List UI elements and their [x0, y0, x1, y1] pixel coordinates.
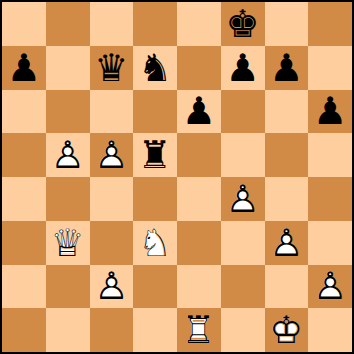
square-e7[interactable]: [177, 46, 221, 90]
square-c4[interactable]: [90, 177, 134, 221]
piece-white-knight: ♞♘: [133, 221, 177, 265]
square-f1[interactable]: [221, 308, 265, 352]
square-a1[interactable]: [2, 308, 46, 352]
piece-white-pawn: ♟♙: [90, 133, 134, 177]
square-e1[interactable]: ♜♖: [177, 308, 221, 352]
square-f7[interactable]: ♟: [221, 46, 265, 90]
piece-black-queen: ♛: [90, 46, 134, 90]
square-c2[interactable]: ♟♙: [90, 265, 134, 309]
black-piece-glyph: ♟: [177, 90, 221, 134]
square-c7[interactable]: ♛: [90, 46, 134, 90]
square-h2[interactable]: ♟♙: [308, 265, 352, 309]
black-piece-glyph: ♞: [133, 46, 177, 90]
square-d3[interactable]: ♞♘: [133, 221, 177, 265]
square-a3[interactable]: [2, 221, 46, 265]
square-c1[interactable]: [90, 308, 134, 352]
white-piece-outline: ♖: [177, 308, 221, 352]
black-piece-glyph: ♟: [265, 46, 309, 90]
square-a7[interactable]: ♟: [2, 46, 46, 90]
square-g3[interactable]: ♟♙: [265, 221, 309, 265]
square-h8[interactable]: [308, 2, 352, 46]
chess-board: ♚♟♛♞♟♟♟♟♟♙♟♙♜♟♙♛♕♞♘♟♙♟♙♟♙♜♖♚♔: [2, 2, 352, 352]
piece-white-pawn: ♟♙: [90, 265, 134, 309]
square-f6[interactable]: [221, 90, 265, 134]
square-b4[interactable]: [46, 177, 90, 221]
white-piece-outline: ♙: [90, 265, 134, 309]
square-d8[interactable]: [133, 2, 177, 46]
square-e6[interactable]: ♟: [177, 90, 221, 134]
square-d7[interactable]: ♞: [133, 46, 177, 90]
square-f3[interactable]: [221, 221, 265, 265]
white-piece-outline: ♙: [46, 133, 90, 177]
square-e4[interactable]: [177, 177, 221, 221]
board-frame: ♚♟♛♞♟♟♟♟♟♙♟♙♜♟♙♛♕♞♘♟♙♟♙♟♙♜♖♚♔: [0, 0, 354, 354]
black-piece-glyph: ♚: [221, 2, 265, 46]
square-g4[interactable]: [265, 177, 309, 221]
square-g5[interactable]: [265, 133, 309, 177]
square-d4[interactable]: [133, 177, 177, 221]
white-piece-outline: ♘: [133, 221, 177, 265]
piece-white-pawn: ♟♙: [46, 133, 90, 177]
square-h3[interactable]: [308, 221, 352, 265]
square-g6[interactable]: [265, 90, 309, 134]
piece-white-pawn: ♟♙: [265, 221, 309, 265]
white-piece-outline: ♙: [308, 265, 352, 309]
square-b5[interactable]: ♟♙: [46, 133, 90, 177]
black-piece-glyph: ♟: [2, 46, 46, 90]
white-piece-outline: ♕: [46, 221, 90, 265]
square-g1[interactable]: ♚♔: [265, 308, 309, 352]
square-b6[interactable]: [46, 90, 90, 134]
square-e8[interactable]: [177, 2, 221, 46]
square-g2[interactable]: [265, 265, 309, 309]
piece-white-pawn: ♟♙: [221, 177, 265, 221]
square-d6[interactable]: [133, 90, 177, 134]
white-piece-outline: ♙: [265, 221, 309, 265]
square-c3[interactable]: [90, 221, 134, 265]
square-h5[interactable]: [308, 133, 352, 177]
piece-black-pawn: ♟: [177, 90, 221, 134]
black-piece-glyph: ♟: [308, 90, 352, 134]
piece-black-king: ♚: [221, 2, 265, 46]
piece-black-pawn: ♟: [308, 90, 352, 134]
square-h6[interactable]: ♟: [308, 90, 352, 134]
square-h7[interactable]: [308, 46, 352, 90]
square-f5[interactable]: [221, 133, 265, 177]
square-e5[interactable]: [177, 133, 221, 177]
square-g8[interactable]: [265, 2, 309, 46]
square-f8[interactable]: ♚: [221, 2, 265, 46]
square-g7[interactable]: ♟: [265, 46, 309, 90]
piece-black-pawn: ♟: [2, 46, 46, 90]
white-piece-outline: ♙: [90, 133, 134, 177]
square-a6[interactable]: [2, 90, 46, 134]
square-d1[interactable]: [133, 308, 177, 352]
square-e2[interactable]: [177, 265, 221, 309]
black-piece-glyph: ♟: [221, 46, 265, 90]
square-h1[interactable]: [308, 308, 352, 352]
square-h4[interactable]: [308, 177, 352, 221]
square-b2[interactable]: [46, 265, 90, 309]
square-f4[interactable]: ♟♙: [221, 177, 265, 221]
square-f2[interactable]: [221, 265, 265, 309]
square-a8[interactable]: [2, 2, 46, 46]
square-c8[interactable]: [90, 2, 134, 46]
square-c5[interactable]: ♟♙: [90, 133, 134, 177]
square-b7[interactable]: [46, 46, 90, 90]
white-piece-outline: ♔: [265, 308, 309, 352]
square-b3[interactable]: ♛♕: [46, 221, 90, 265]
black-piece-glyph: ♜: [133, 133, 177, 177]
piece-black-pawn: ♟: [221, 46, 265, 90]
square-d5[interactable]: ♜: [133, 133, 177, 177]
piece-black-rook: ♜: [133, 133, 177, 177]
piece-white-queen: ♛♕: [46, 221, 90, 265]
white-piece-outline: ♙: [221, 177, 265, 221]
piece-white-king: ♚♔: [265, 308, 309, 352]
square-b1[interactable]: [46, 308, 90, 352]
piece-white-pawn: ♟♙: [308, 265, 352, 309]
square-a2[interactable]: [2, 265, 46, 309]
square-b8[interactable]: [46, 2, 90, 46]
square-d2[interactable]: [133, 265, 177, 309]
piece-black-knight: ♞: [133, 46, 177, 90]
black-piece-glyph: ♛: [90, 46, 134, 90]
square-e3[interactable]: [177, 221, 221, 265]
square-a5[interactable]: [2, 133, 46, 177]
piece-white-rook: ♜♖: [177, 308, 221, 352]
square-a4[interactable]: [2, 177, 46, 221]
piece-black-pawn: ♟: [265, 46, 309, 90]
square-c6[interactable]: [90, 90, 134, 134]
